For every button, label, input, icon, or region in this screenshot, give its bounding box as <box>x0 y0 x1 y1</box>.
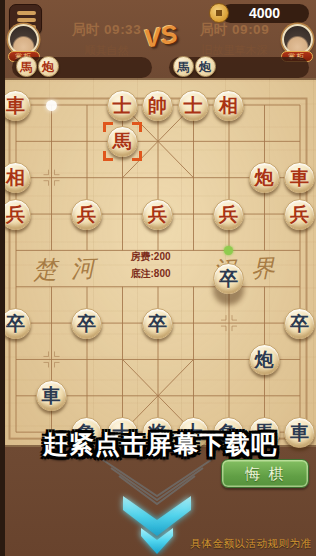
disclaimer-text: 具体金额以活动规则为准 <box>191 537 312 551</box>
timer-left: 局时 09:33 <box>57 21 157 39</box>
download-banner[interactable]: 赶紧点击屏幕下载吧 <box>5 428 316 461</box>
xiangqi-piece-red[interactable]: 兵 <box>71 199 102 230</box>
xiangqi-piece-black[interactable]: 卒 <box>284 308 315 339</box>
xiangqi-piece-red[interactable]: 車 <box>284 162 315 193</box>
timer-label-right: 局时 <box>200 22 228 37</box>
xiangqi-piece-red[interactable]: 兵 <box>142 199 173 230</box>
menu-icon <box>17 18 36 22</box>
player-name-left: 顺其自然 <box>57 43 157 58</box>
xiangqi-piece-red[interactable]: 兵 <box>213 199 244 230</box>
timer-value-right: 09:09 <box>232 22 269 37</box>
player-right-info: 局时 09:09 旧故里草木深 <box>189 21 281 58</box>
xiangqi-piece-black[interactable]: 卒 <box>71 308 102 339</box>
xiangqi-piece-black[interactable]: 卒 <box>142 308 173 339</box>
captured-tray-right: 馬炮 <box>169 57 309 78</box>
xiangqi-piece-red[interactable]: 士 <box>178 90 209 121</box>
game-screen[interactable]: 4000 局时 09:33 顺其自然 VS 局时 09:09 旧故里草木深 掌柜… <box>5 0 316 556</box>
xiangqi-piece-black[interactable]: 車 <box>36 380 67 411</box>
xiangqi-board[interactable]: 楚河 汉界 房费:200 底注:800 車士帥士相馬相炮車兵兵兵兵兵卒卒卒卒卒炮… <box>5 78 316 447</box>
xiangqi-piece-red[interactable]: 帥 <box>142 90 173 121</box>
xiangqi-piece-black[interactable]: 炮 <box>249 344 280 375</box>
captured-piece-red: 炮 <box>38 56 59 77</box>
xiangqi-piece-red[interactable]: 相 <box>213 90 244 121</box>
xiangqi-piece-red[interactable]: 兵 <box>284 199 315 230</box>
move-indicator-dot <box>224 246 233 255</box>
timer-label-left: 局时 <box>72 22 100 37</box>
captured-piece-red: 馬 <box>16 56 37 77</box>
menu-icon <box>17 11 36 15</box>
coin-icon <box>209 3 229 23</box>
captured-tray-left: 馬炮 <box>12 57 152 78</box>
base-bet: 底注:800 <box>131 267 201 281</box>
captured-piece-black: 炮 <box>195 56 216 77</box>
timer-right: 局时 09:09 <box>189 21 281 39</box>
vs-label: VS <box>141 19 179 53</box>
undo-button[interactable]: 悔棋 <box>221 459 309 488</box>
xiangqi-piece-red[interactable]: 車 <box>5 90 32 121</box>
captured-piece-black: 馬 <box>173 56 194 77</box>
last-move-from-dot <box>46 100 57 111</box>
timer-value-left: 09:33 <box>104 22 141 37</box>
selection-brackets <box>103 122 142 161</box>
room-fee: 房费:200 <box>131 250 201 264</box>
xiangqi-piece-red[interactable]: 炮 <box>249 162 280 193</box>
river-label-left: 楚河 <box>32 252 109 287</box>
xiangqi-piece-red[interactable]: 士 <box>107 90 138 121</box>
